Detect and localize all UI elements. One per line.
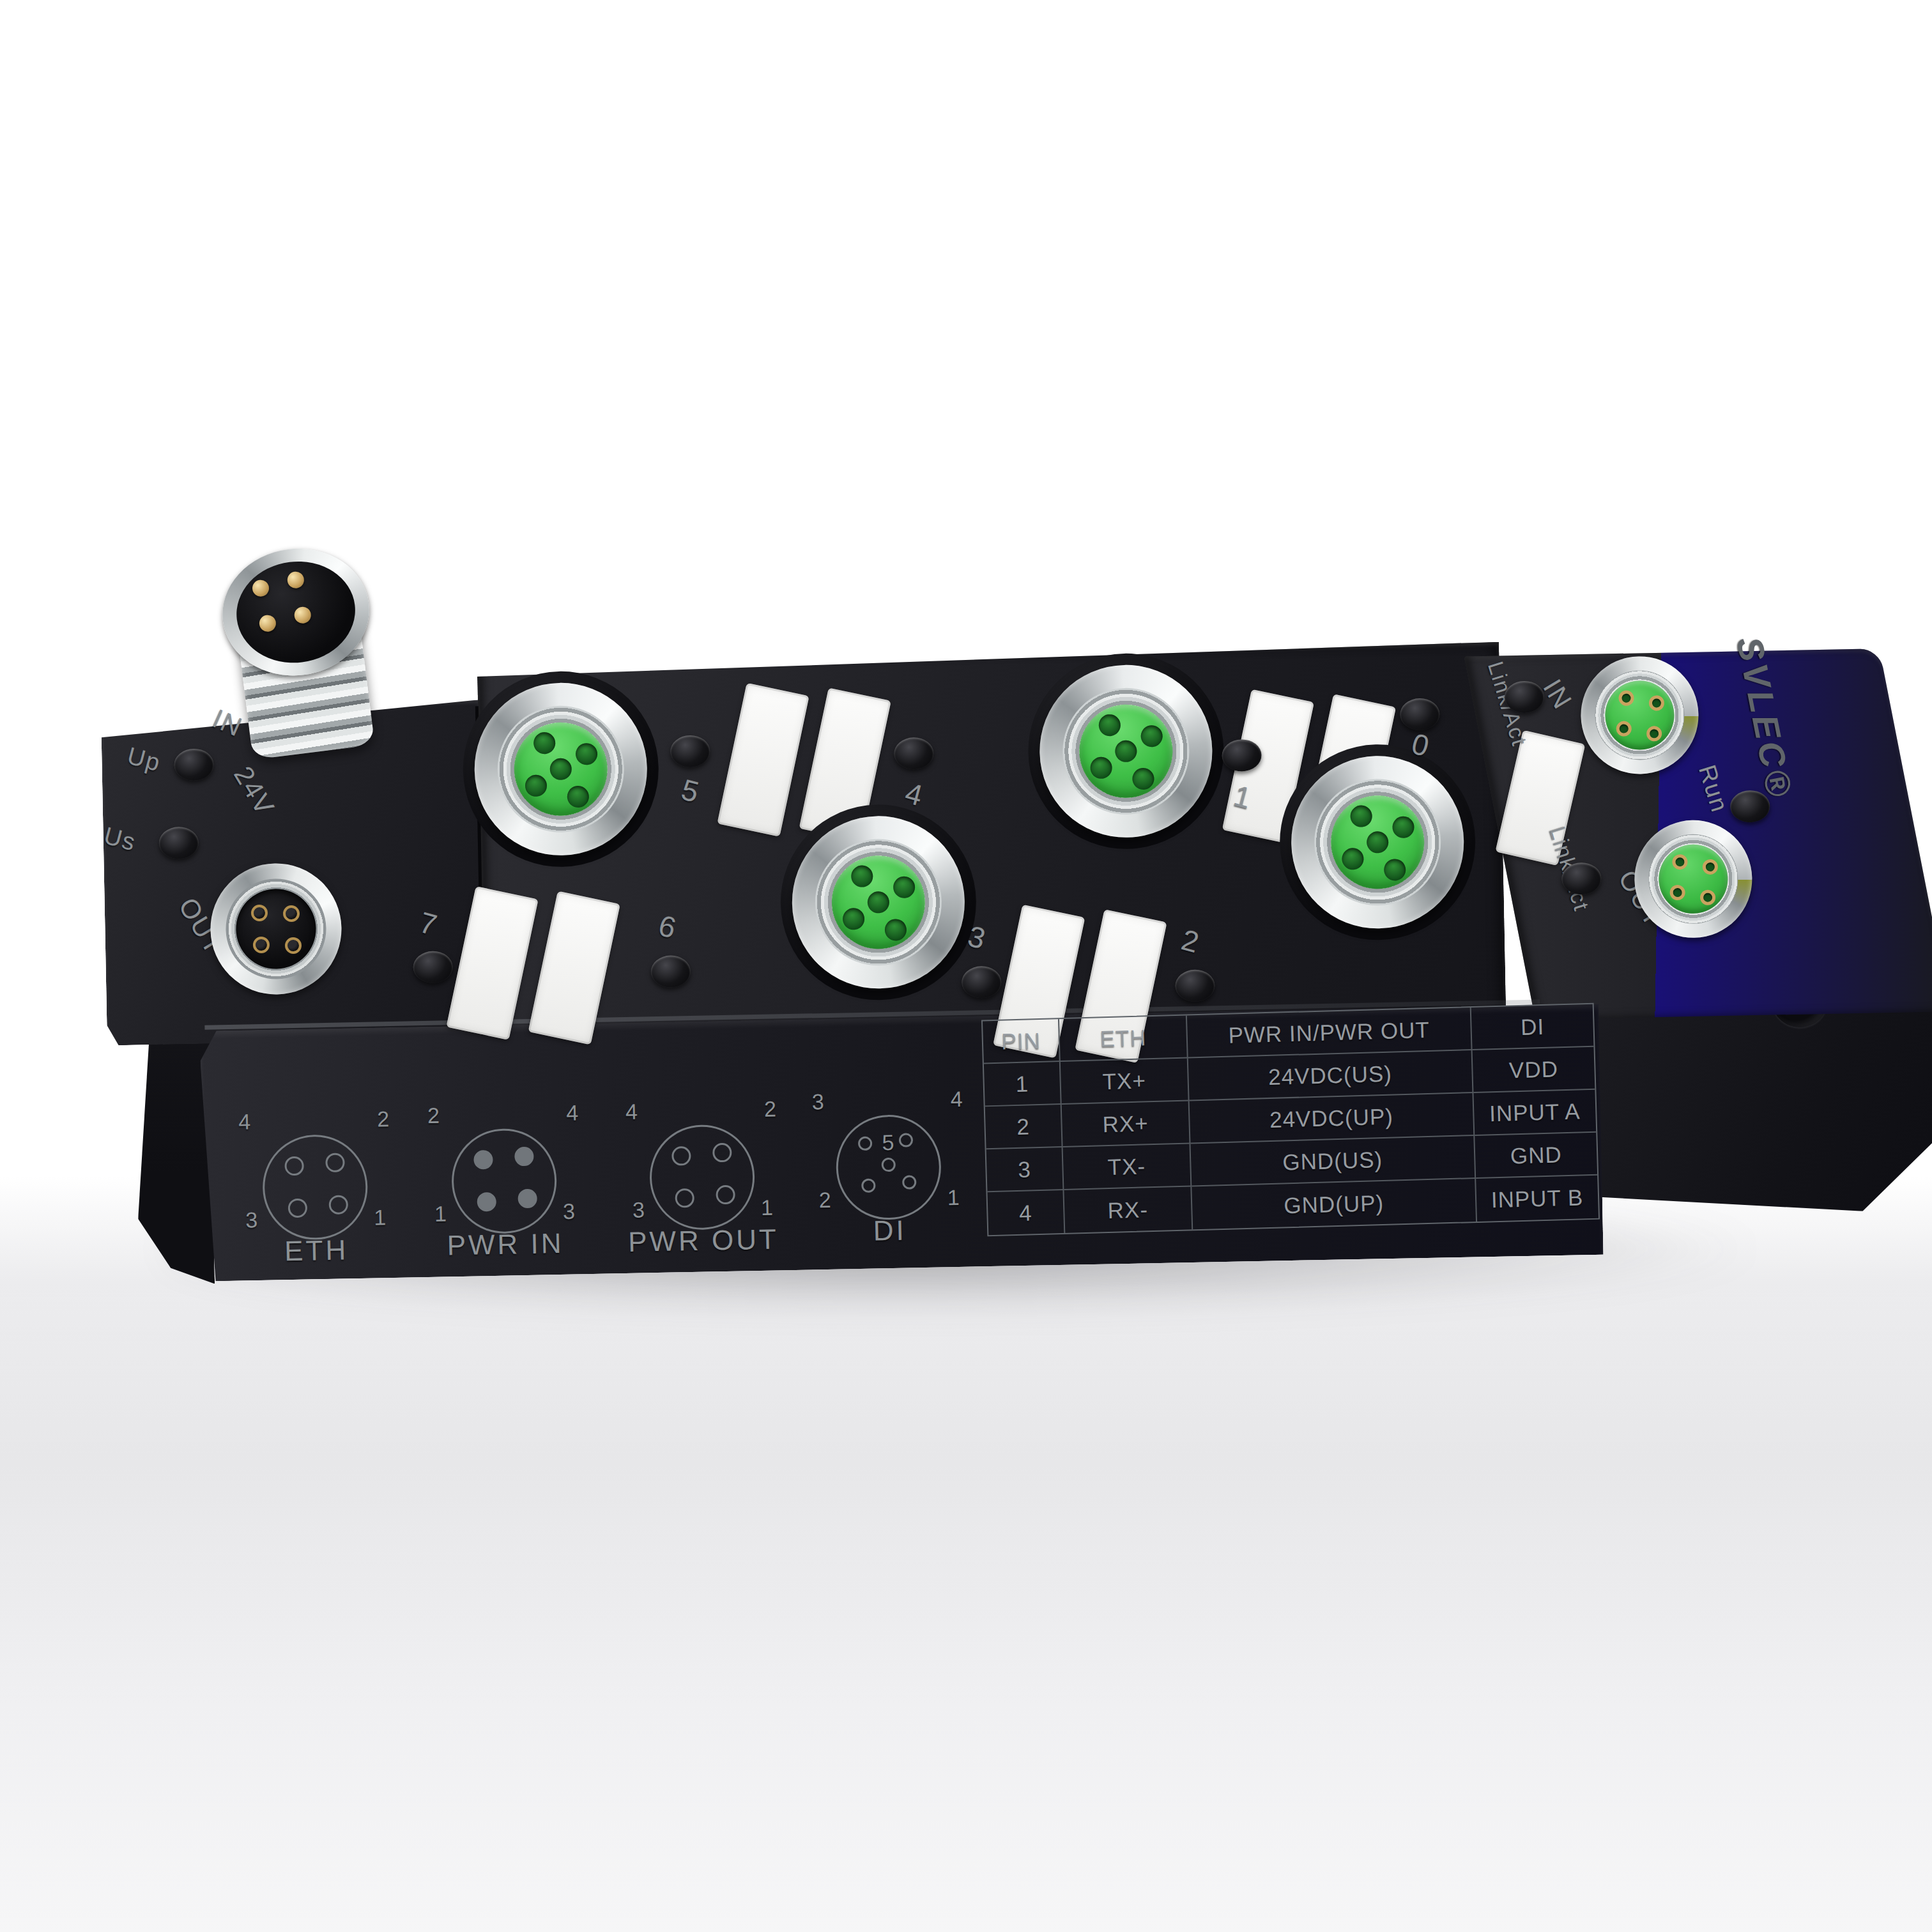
table-cell: 24VDC(UP) xyxy=(1190,1093,1475,1144)
table-cell: GND(UP) xyxy=(1192,1179,1477,1229)
socket-hole xyxy=(253,937,270,953)
pinout-diagram-pwr-in: 2 4 1 3 PWR IN xyxy=(419,1061,589,1262)
pinout-diagram-di: 3 4 5 2 1 DI xyxy=(803,1047,973,1248)
m12-connector-port-1-4 xyxy=(1038,663,1214,839)
socket-hole xyxy=(251,905,268,921)
diagram-label: ETH xyxy=(233,1233,400,1268)
table-cell: RX- xyxy=(1064,1186,1193,1233)
diagram-label: PWR OUT xyxy=(620,1223,787,1258)
table-cell: 1 xyxy=(984,1062,1062,1107)
table-header: PIN xyxy=(983,1019,1061,1064)
table-cell: VDD xyxy=(1473,1047,1595,1093)
table-cell: GND xyxy=(1475,1133,1597,1179)
connector-outline xyxy=(649,1124,756,1230)
m12-connector-port-5-7 xyxy=(473,681,648,857)
table-cell: GND(US) xyxy=(1191,1136,1476,1186)
table-cell: 3 xyxy=(986,1147,1064,1192)
socket-hole xyxy=(283,905,300,922)
table-cell: TX+ xyxy=(1061,1058,1190,1105)
power-out-connector xyxy=(210,862,343,996)
ethernet-out-connector xyxy=(1634,819,1753,939)
table-header: PWR IN/PWR OUT xyxy=(1187,1008,1473,1058)
m12-connector-port-0-2 xyxy=(1290,755,1466,930)
table-header: ETH xyxy=(1059,1015,1188,1062)
connector-outline xyxy=(262,1134,369,1241)
table-cell: 24VDC(US) xyxy=(1188,1050,1474,1101)
table-cell: INPUT B xyxy=(1476,1176,1598,1222)
pinout-diagram-eth: 4 2 3 1 ETH xyxy=(230,1067,400,1268)
table-cell: 2 xyxy=(985,1105,1063,1149)
table-cell: RX+ xyxy=(1062,1101,1191,1147)
connector-outline xyxy=(451,1128,558,1234)
socket-hole xyxy=(285,937,302,954)
diagram-label: DI xyxy=(806,1213,973,1248)
table-cell: INPUT A xyxy=(1473,1090,1596,1136)
m12-connector-port-6 xyxy=(790,815,966,990)
table-cell: 4 xyxy=(988,1190,1066,1235)
ethernet-in-connector xyxy=(1580,655,1699,775)
pinout-diagram-pwr-out: 4 2 3 1 PWR OUT xyxy=(617,1057,787,1258)
table-cell: TX- xyxy=(1063,1144,1192,1190)
table-header: DI xyxy=(1471,1004,1594,1050)
io-module: IN Up 24V Us OUT xyxy=(89,577,1891,1301)
pinout-table: PIN ETH PWR IN/PWR OUT DI 1 TX+ 24VDC(US… xyxy=(981,1003,1600,1237)
power-in-connector xyxy=(215,540,387,768)
diagram-label: PWR IN xyxy=(422,1227,589,1262)
